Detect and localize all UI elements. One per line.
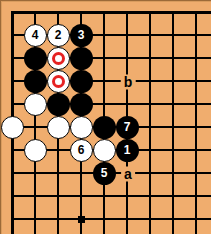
black-stone: 7 — [116, 116, 139, 139]
board-intersection — [162, 24, 185, 47]
board-intersection — [70, 208, 93, 231]
board-intersection — [162, 1, 185, 24]
board-intersection — [93, 1, 116, 24]
black-stone: 5 — [93, 162, 116, 185]
move-number: 4 — [32, 29, 39, 41]
board-intersection — [139, 162, 162, 185]
board-intersection — [47, 208, 70, 231]
board-intersection — [47, 116, 70, 139]
board-intersection — [162, 185, 185, 208]
board-intersection: 5 — [93, 162, 116, 185]
board-intersection — [116, 208, 139, 231]
white-stone: 2 — [47, 24, 70, 47]
black-stone: 3 — [70, 24, 93, 47]
board-intersection — [139, 116, 162, 139]
move-number: 3 — [78, 29, 85, 41]
board-intersection — [162, 208, 185, 231]
black-stone — [93, 116, 116, 139]
board-intersection: 2 — [47, 24, 70, 47]
board-intersection — [1, 47, 24, 70]
white-stone-marked — [47, 70, 70, 93]
board-intersection — [185, 93, 208, 116]
board-intersection — [139, 208, 162, 231]
board-intersection — [1, 70, 24, 93]
board-intersection — [70, 116, 93, 139]
board-intersection — [1, 93, 24, 116]
board-intersection — [47, 70, 70, 93]
board-intersection — [185, 24, 208, 47]
black-stone — [70, 93, 93, 116]
move-number: 2 — [55, 29, 62, 41]
board-intersection — [139, 47, 162, 70]
board-intersection — [139, 139, 162, 162]
board-intersection — [1, 162, 24, 185]
board-intersection — [1, 1, 24, 24]
black-stone: 1 — [116, 139, 139, 162]
point-label-b: b — [121, 75, 136, 90]
board-intersection — [93, 116, 116, 139]
board-intersection — [93, 47, 116, 70]
board-intersection — [47, 185, 70, 208]
board-intersection — [116, 1, 139, 24]
board-intersection — [93, 24, 116, 47]
stones-grid: 4237615 — [1, 1, 208, 231]
board-intersection — [139, 93, 162, 116]
board-intersection — [47, 162, 70, 185]
board-intersection: 3 — [70, 24, 93, 47]
board-intersection — [185, 47, 208, 70]
board-intersection — [185, 208, 208, 231]
board-intersection — [24, 139, 47, 162]
board-intersection — [70, 162, 93, 185]
board-intersection — [93, 93, 116, 116]
board-intersection — [70, 93, 93, 116]
board-intersection — [1, 24, 24, 47]
board-intersection — [185, 185, 208, 208]
board-intersection — [162, 93, 185, 116]
white-stone: 6 — [70, 139, 93, 162]
board-intersection — [24, 116, 47, 139]
board-intersection — [139, 24, 162, 47]
board-intersection — [24, 208, 47, 231]
board-intersection — [1, 116, 24, 139]
black-stone — [47, 93, 70, 116]
board-intersection — [139, 70, 162, 93]
board-intersection — [70, 1, 93, 24]
white-stone: 4 — [24, 24, 47, 47]
board-intersection — [139, 1, 162, 24]
white-stone — [70, 116, 93, 139]
board-intersection — [93, 139, 116, 162]
circle-marker — [52, 75, 65, 88]
black-stone — [24, 70, 47, 93]
move-number: 6 — [78, 144, 85, 156]
board-intersection — [47, 47, 70, 70]
board-intersection — [116, 93, 139, 116]
board-intersection — [116, 185, 139, 208]
white-stone — [47, 116, 70, 139]
board-intersection — [93, 208, 116, 231]
board-intersection — [185, 139, 208, 162]
move-number: 5 — [101, 167, 108, 179]
board-intersection — [139, 185, 162, 208]
board-intersection — [116, 47, 139, 70]
board-intersection — [185, 116, 208, 139]
board-intersection — [93, 70, 116, 93]
board-intersection — [162, 116, 185, 139]
board-intersection — [93, 185, 116, 208]
board-intersection — [185, 162, 208, 185]
board-intersection — [24, 1, 47, 24]
move-number: 7 — [124, 121, 131, 133]
board-intersection — [24, 162, 47, 185]
board-intersection — [162, 47, 185, 70]
board-intersection: 7 — [116, 116, 139, 139]
white-stone-marked — [47, 47, 70, 70]
white-stone — [1, 116, 24, 139]
board-intersection — [47, 139, 70, 162]
board-intersection — [24, 70, 47, 93]
black-stone — [70, 70, 93, 93]
board-intersection — [116, 24, 139, 47]
board-intersection — [1, 185, 24, 208]
board-intersection — [162, 139, 185, 162]
board-intersection — [47, 1, 70, 24]
move-number: 1 — [124, 144, 131, 156]
board-intersection — [24, 47, 47, 70]
go-board: 4237615ab — [0, 0, 211, 234]
board-intersection — [162, 70, 185, 93]
board-intersection: 1 — [116, 139, 139, 162]
black-stone — [70, 47, 93, 70]
point-label-a: a — [121, 167, 135, 182]
white-stone — [24, 93, 47, 116]
white-stone — [93, 139, 116, 162]
board-intersection — [24, 185, 47, 208]
board-intersection — [24, 93, 47, 116]
board-intersection — [162, 162, 185, 185]
board-intersection — [70, 70, 93, 93]
board-intersection — [185, 1, 208, 24]
board-intersection — [1, 208, 24, 231]
black-stone — [24, 47, 47, 70]
board-intersection — [47, 93, 70, 116]
white-stone — [24, 139, 47, 162]
board-intersection — [70, 185, 93, 208]
board-intersection — [70, 47, 93, 70]
board-intersection: 4 — [24, 24, 47, 47]
board-intersection — [185, 70, 208, 93]
board-intersection: 6 — [70, 139, 93, 162]
circle-marker — [52, 52, 65, 65]
board-intersection — [1, 139, 24, 162]
